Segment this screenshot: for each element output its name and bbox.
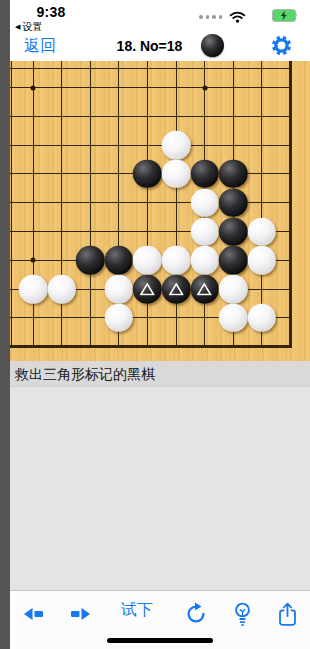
board-grid-line <box>147 61 148 348</box>
triangle-mark-icon <box>140 283 155 296</box>
back-triangle-icon: ◀ <box>15 23 20 30</box>
white-stone <box>190 188 219 217</box>
board-grid-line <box>11 61 12 348</box>
step-forward-icon <box>70 608 90 620</box>
app-screen: 9:38 ◀设置 返回 18. No=18 <box>10 0 310 649</box>
board-grid-line <box>61 61 62 348</box>
black-stone <box>76 246 105 275</box>
board-grid-line <box>176 61 177 348</box>
hint-button[interactable] <box>222 599 262 629</box>
white-stone <box>19 275 48 304</box>
board-grid-line <box>10 87 292 88</box>
white-stone <box>162 246 191 275</box>
wifi-icon <box>229 9 246 27</box>
go-board[interactable] <box>10 61 310 361</box>
black-stone <box>219 188 248 217</box>
problem-statement: 救出三角形标记的黑棋 <box>15 366 155 384</box>
black-stone <box>219 160 248 189</box>
white-stone <box>105 304 134 333</box>
black-stone <box>219 217 248 246</box>
board-edge-line <box>10 345 292 348</box>
white-stone <box>105 275 134 304</box>
white-stone <box>248 304 277 333</box>
white-stone <box>219 304 248 333</box>
black-stone <box>105 246 134 275</box>
page-title: 18. No=18 <box>102 38 197 54</box>
triangle-mark-icon <box>169 283 184 296</box>
clock: 9:38 <box>34 4 68 20</box>
back-button[interactable]: 返回 <box>24 36 56 57</box>
marked-black-stone <box>190 275 219 304</box>
previous-move-button[interactable] <box>14 599 54 629</box>
black-stone <box>133 160 162 189</box>
restart-button[interactable] <box>176 599 216 629</box>
settings-gear-icon[interactable] <box>270 34 293 57</box>
redo-circle-icon <box>184 602 208 626</box>
lightbulb-icon <box>232 602 253 627</box>
home-indicator[interactable] <box>107 638 213 643</box>
white-stone <box>190 217 219 246</box>
star-point <box>31 258 36 263</box>
board-grid-line <box>10 68 292 69</box>
black-stone <box>190 160 219 189</box>
empty-workspace <box>10 387 310 590</box>
marked-black-stone <box>133 275 162 304</box>
share-icon <box>278 602 297 627</box>
white-stone <box>47 275 76 304</box>
white-stone <box>219 275 248 304</box>
marked-black-stone <box>162 275 191 304</box>
try-move-button[interactable]: 试下 <box>113 600 161 621</box>
white-stone <box>133 246 162 275</box>
triangle-mark-icon <box>197 283 212 296</box>
star-point <box>31 85 36 90</box>
share-button[interactable] <box>267 599 307 629</box>
nav-bar: 返回 18. No=18 <box>10 31 310 61</box>
white-stone <box>162 160 191 189</box>
white-stone <box>162 131 191 160</box>
board-edge-line <box>289 61 292 348</box>
board-grid-line <box>90 61 91 348</box>
status-bar: 9:38 ◀设置 <box>10 0 310 31</box>
white-stone <box>190 246 219 275</box>
problem-statement-bar: 救出三角形标记的黑棋 <box>10 361 310 387</box>
turn-indicator-black-stone-icon <box>201 34 224 57</box>
board-grid-line <box>10 202 292 203</box>
board-grid-line <box>33 61 34 348</box>
board-grid-line <box>10 145 292 146</box>
white-stone <box>248 246 277 275</box>
white-stone <box>248 217 277 246</box>
star-point <box>202 85 207 90</box>
board-grid-line <box>10 116 292 117</box>
battery-icon <box>272 9 298 21</box>
cellular-signal-icon <box>199 15 222 19</box>
next-move-button[interactable] <box>60 599 100 629</box>
black-stone <box>219 246 248 275</box>
step-back-icon <box>24 608 44 620</box>
